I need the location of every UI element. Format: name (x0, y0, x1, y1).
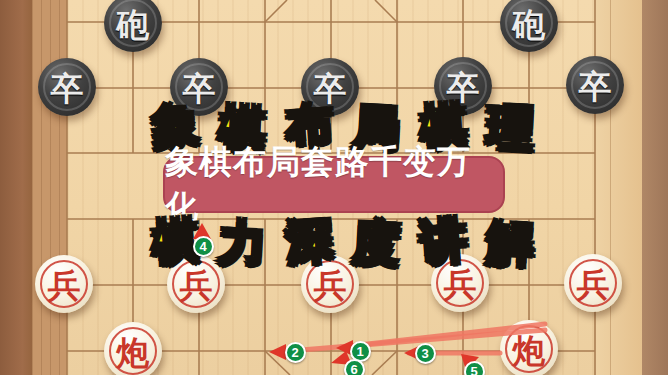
piece-glyph: 兵 (48, 269, 81, 302)
piece-glyph: 兵 (180, 269, 213, 302)
piece-glyph: 卒 (51, 72, 84, 105)
title-char: 力 (218, 217, 268, 269)
piece-glyph: 砲 (513, 8, 546, 41)
subtitle-pill: 象棋布局套路千变万化 (163, 156, 505, 213)
title-char: 度 (352, 217, 402, 269)
piece-glyph: 炮 (513, 334, 546, 367)
move-number-6: 6 (344, 359, 365, 375)
move-number-2: 2 (285, 342, 306, 363)
red-soldier-piece[interactable]: 兵 (35, 255, 93, 313)
title-char: 讲 (418, 214, 468, 267)
title-char: 深 (284, 214, 334, 267)
black-soldier-piece[interactable]: 卒 (566, 56, 624, 114)
title-char: 解 (486, 217, 536, 269)
piece-glyph: 卒 (579, 70, 612, 103)
piece-glyph: 兵 (444, 268, 477, 301)
piece-glyph: 兵 (314, 269, 347, 302)
piece-glyph: 兵 (577, 268, 610, 301)
red-cannon-piece[interactable]: 炮 (500, 320, 558, 375)
move-number-3: 3 (415, 343, 436, 364)
piece-glyph: 炮 (117, 336, 150, 369)
move-number-5: 5 (464, 361, 485, 375)
black-soldier-piece[interactable]: 卒 (38, 58, 96, 116)
move-number-4: 4 (193, 236, 214, 257)
xiangqi-thumbnail: 砲砲卒卒卒卒卒兵兵兵兵兵炮炮 象棋布局棋理 象棋布局套路千变万化 棋力深度讲解 … (0, 0, 668, 375)
piece-glyph: 砲 (117, 8, 150, 41)
red-cannon-piece[interactable]: 炮 (104, 322, 162, 375)
red-soldier-piece[interactable]: 兵 (564, 254, 622, 312)
